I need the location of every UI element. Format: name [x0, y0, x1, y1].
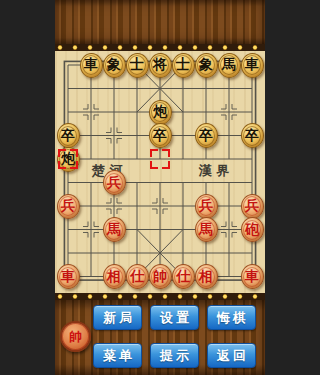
board-point[interactable]: [218, 241, 241, 265]
board-point[interactable]: [103, 77, 126, 101]
board-point[interactable]: 砲: [241, 218, 264, 242]
board-point[interactable]: [80, 124, 103, 148]
game-screen: 楚河 漢界 車象士将士象馬車炮卒卒卒卒炮兵兵兵兵馬馬砲車相仕帥仕相車 帥 新局 …: [55, 0, 265, 375]
piece-rc[interactable]: 砲: [241, 217, 264, 242]
board-point[interactable]: [80, 265, 103, 289]
board-point[interactable]: [149, 218, 172, 242]
piece-bp[interactable]: 卒: [195, 123, 218, 148]
board-point[interactable]: 兵: [195, 194, 218, 218]
board-point[interactable]: [172, 77, 195, 101]
turn-indicator-glyph: 帥: [69, 328, 82, 346]
board-point[interactable]: [218, 265, 241, 289]
board-point[interactable]: [241, 100, 264, 124]
board-point[interactable]: [149, 241, 172, 265]
piece-bp[interactable]: 卒: [149, 123, 172, 148]
board-point[interactable]: [126, 77, 149, 101]
board-point[interactable]: [149, 147, 172, 171]
board-point[interactable]: 相: [195, 265, 218, 289]
board-point[interactable]: 卒: [57, 124, 80, 148]
board-point[interactable]: [57, 171, 80, 195]
board-point[interactable]: [241, 241, 264, 265]
board-point[interactable]: 象: [103, 53, 126, 77]
piece-bn[interactable]: 馬: [218, 53, 241, 78]
top-wood-panel: [55, 0, 265, 44]
piece-bc[interactable]: 炮: [149, 100, 172, 125]
board-point[interactable]: [103, 124, 126, 148]
board-point[interactable]: [80, 241, 103, 265]
board-point[interactable]: [172, 194, 195, 218]
piece-br[interactable]: 車: [80, 53, 103, 78]
piece-rp[interactable]: 兵: [57, 194, 80, 219]
board-point[interactable]: [126, 124, 149, 148]
board-point[interactable]: [172, 171, 195, 195]
board-point[interactable]: 車: [241, 53, 264, 77]
piece-rn[interactable]: 馬: [103, 217, 126, 242]
board-point[interactable]: 士: [126, 53, 149, 77]
piece-rp[interactable]: 兵: [195, 194, 218, 219]
board-point[interactable]: [218, 100, 241, 124]
board-point[interactable]: [172, 124, 195, 148]
board-point[interactable]: 兵: [241, 194, 264, 218]
board-point[interactable]: [103, 194, 126, 218]
board-point[interactable]: [149, 171, 172, 195]
board-point[interactable]: [241, 147, 264, 171]
board-point[interactable]: [80, 171, 103, 195]
new-game-button[interactable]: 新局: [93, 305, 142, 330]
board-point[interactable]: [241, 77, 264, 101]
board-point[interactable]: 炮: [57, 147, 80, 171]
board-point[interactable]: [80, 218, 103, 242]
board-point[interactable]: [126, 100, 149, 124]
board-point[interactable]: [218, 218, 241, 242]
board-point[interactable]: [57, 77, 80, 101]
board-point[interactable]: [172, 218, 195, 242]
piece-bb[interactable]: 象: [103, 53, 126, 78]
undo-button[interactable]: 悔棋: [207, 305, 256, 330]
menu-button[interactable]: 菜单: [93, 343, 142, 368]
board-point[interactable]: 馬: [103, 218, 126, 242]
board-point[interactable]: [149, 77, 172, 101]
piece-ra[interactable]: 仕: [126, 264, 149, 289]
board-point[interactable]: [57, 100, 80, 124]
board-point[interactable]: 将: [149, 53, 172, 77]
board-point[interactable]: [218, 77, 241, 101]
board-point[interactable]: [80, 100, 103, 124]
piece-rk[interactable]: 帥: [149, 264, 172, 289]
board-point[interactable]: [172, 100, 195, 124]
board-point[interactable]: 車: [241, 265, 264, 289]
board-point[interactable]: 帥: [149, 265, 172, 289]
board-point[interactable]: [80, 194, 103, 218]
board-point[interactable]: [195, 77, 218, 101]
piece-rp[interactable]: 兵: [241, 194, 264, 219]
board-point[interactable]: 相: [103, 265, 126, 289]
board-point[interactable]: 馬: [218, 53, 241, 77]
piece-rb[interactable]: 相: [195, 264, 218, 289]
back-button[interactable]: 返回: [207, 343, 256, 368]
piece-bk[interactable]: 将: [149, 53, 172, 78]
board-point[interactable]: 仕: [172, 265, 195, 289]
board-point[interactable]: 士: [172, 53, 195, 77]
board-grid: 車象士将士象馬車炮卒卒卒卒炮兵兵兵兵馬馬砲車相仕帥仕相車: [57, 53, 264, 288]
board-point[interactable]: 仕: [126, 265, 149, 289]
board-point[interactable]: [126, 171, 149, 195]
board-point[interactable]: [149, 194, 172, 218]
board-point[interactable]: [172, 147, 195, 171]
board-point[interactable]: 兵: [57, 194, 80, 218]
board-point[interactable]: [126, 218, 149, 242]
board-point[interactable]: 卒: [241, 124, 264, 148]
board-point[interactable]: [80, 77, 103, 101]
board-point[interactable]: [103, 100, 126, 124]
piece-bb[interactable]: 象: [195, 53, 218, 78]
top-studs-strip: [55, 44, 265, 51]
board-point[interactable]: 卒: [195, 124, 218, 148]
board-point[interactable]: 馬: [195, 218, 218, 242]
board-point[interactable]: [103, 241, 126, 265]
turn-indicator-piece: 帥: [60, 321, 91, 352]
board-point[interactable]: [218, 194, 241, 218]
piece-rn[interactable]: 馬: [195, 217, 218, 242]
board-point[interactable]: 車: [80, 53, 103, 77]
board-point[interactable]: [241, 171, 264, 195]
piece-ba[interactable]: 士: [172, 53, 195, 78]
board-point[interactable]: [218, 147, 241, 171]
board-point[interactable]: [103, 147, 126, 171]
piece-ra[interactable]: 仕: [172, 264, 195, 289]
board-point[interactable]: 炮: [149, 100, 172, 124]
piece-bp[interactable]: 卒: [57, 123, 80, 148]
settings-button[interactable]: 设置: [150, 305, 199, 330]
board-point[interactable]: 兵: [103, 171, 126, 195]
board-point[interactable]: [195, 100, 218, 124]
board-point[interactable]: [218, 171, 241, 195]
board-point[interactable]: [57, 241, 80, 265]
board-point[interactable]: 卒: [149, 124, 172, 148]
piece-bp[interactable]: 卒: [241, 123, 264, 148]
board-point[interactable]: 象: [195, 53, 218, 77]
board-point[interactable]: [195, 171, 218, 195]
piece-bc[interactable]: 炮: [57, 147, 80, 172]
board-point[interactable]: [57, 53, 80, 77]
hint-button[interactable]: 提示: [150, 343, 199, 368]
bottom-wood-panel: 帥 新局 设置 悔棋 菜单 提示 返回: [55, 300, 265, 375]
piece-rr[interactable]: 車: [241, 264, 264, 289]
board-point[interactable]: [195, 147, 218, 171]
piece-br[interactable]: 車: [241, 53, 264, 78]
board-point[interactable]: [126, 241, 149, 265]
board-point[interactable]: [126, 194, 149, 218]
piece-rp[interactable]: 兵: [103, 170, 126, 195]
board-point[interactable]: [218, 124, 241, 148]
bottom-studs-strip: [55, 293, 265, 300]
board-point[interactable]: [57, 218, 80, 242]
board-point[interactable]: [172, 241, 195, 265]
board-point[interactable]: [126, 147, 149, 171]
board-point[interactable]: [80, 147, 103, 171]
piece-rb[interactable]: 相: [103, 264, 126, 289]
piece-rr[interactable]: 車: [57, 264, 80, 289]
board-point[interactable]: 車: [57, 265, 80, 289]
board-point[interactable]: [195, 241, 218, 265]
piece-ba[interactable]: 士: [126, 53, 149, 78]
